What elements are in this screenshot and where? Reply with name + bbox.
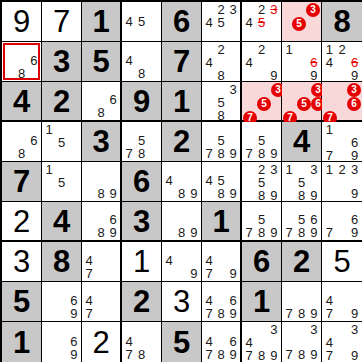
cell-r3c2[interactable]: 2: [42, 82, 82, 122]
cell-r8c8[interactable]: 789: [282, 282, 322, 322]
candidate-9: 9: [268, 349, 280, 362]
cell-r3c5[interactable]: 1: [162, 82, 202, 122]
candidate-9: 9: [348, 307, 361, 320]
cell-r5c3[interactable]: 89: [82, 162, 122, 202]
empty-candidate-slot: [43, 176, 55, 189]
candidate-9: 9: [188, 187, 200, 200]
pencil-marks: 358: [203, 83, 239, 119]
pencil-marks: 34789: [243, 323, 280, 361]
empty-candidate-slot: [107, 267, 119, 280]
empty-candidate-slot: [336, 294, 349, 307]
pencil-marks: 15: [43, 163, 80, 200]
cell-r4c2[interactable]: 15: [42, 122, 82, 162]
candidate-9: 9: [68, 348, 80, 361]
cell-r4c4[interactable]: 578: [122, 122, 162, 162]
empty-candidate-slot: [283, 97, 297, 111]
cell-r3c6[interactable]: 358: [202, 82, 242, 122]
empty-candidate-slot: [95, 243, 107, 254]
cell-r2c9[interactable]: 12469: [322, 42, 362, 82]
candidate-8: 8: [95, 226, 107, 239]
empty-candidate-slot: [55, 348, 67, 361]
pencil-marks: 578: [123, 123, 160, 160]
empty-candidate-slot: [292, 31, 306, 40]
empty-candidate-slot: [148, 134, 160, 147]
given-digit: 4: [53, 206, 70, 237]
empty-candidate-slot: [163, 215, 175, 227]
candidate-9: 9: [107, 187, 119, 200]
empty-candidate-slot: [283, 3, 292, 17]
solved-digit: 1: [133, 246, 150, 277]
candidate-8: 8: [135, 147, 147, 160]
empty-candidate-slot: [3, 147, 15, 160]
empty-candidate-slot: [323, 69, 336, 82]
candidate-7: 7: [323, 226, 336, 239]
candidate-7: 7: [83, 307, 95, 320]
cell-r8c7[interactable]: 1: [242, 282, 282, 322]
empty-candidate-slot: [336, 56, 349, 69]
empty-candidate-slot: [83, 106, 95, 119]
empty-candidate-slot: [227, 29, 239, 40]
candidate-9: 9: [188, 267, 200, 280]
empty-candidate-slot: [348, 283, 361, 294]
highlighted-candidate-5: 5: [257, 97, 271, 111]
candidate-9: 9: [227, 348, 239, 361]
empty-candidate-slot: [268, 16, 280, 29]
empty-candidate-slot: [295, 43, 307, 56]
candidate-4: 4: [163, 254, 175, 267]
empty-candidate-slot: [283, 69, 295, 82]
candidate-9: 9: [308, 189, 320, 202]
cell-r8c9[interactable]: 479: [322, 282, 362, 322]
highlighted-candidate-3: 3: [306, 3, 320, 17]
eliminated-candidate-3: 3: [268, 3, 280, 16]
cell-r9c6[interactable]: 46789: [202, 322, 242, 362]
cell-r6c4[interactable]: 3: [122, 202, 162, 242]
cell-r2c1[interactable]: 68: [2, 42, 42, 82]
empty-candidate-slot: [148, 3, 160, 15]
candidate-8: 8: [295, 307, 307, 320]
empty-candidate-slot: [148, 123, 160, 134]
empty-candidate-slot: [215, 29, 227, 40]
empty-candidate-slot: [336, 336, 349, 349]
empty-candidate-slot: [148, 335, 160, 348]
pencil-marks: 1239: [323, 163, 361, 200]
pencil-marks: 479: [323, 283, 361, 320]
cell-r2c7[interactable]: 249: [242, 42, 282, 82]
empty-candidate-slot: [28, 67, 40, 80]
highlighted-candidate-slot-3: 3: [347, 83, 361, 97]
empty-candidate-slot: [336, 307, 349, 320]
cell-r6c7[interactable]: 5789: [242, 202, 282, 242]
candidate-7: 7: [243, 349, 255, 362]
cell-r6c8[interactable]: 56789: [282, 202, 322, 242]
pencil-marks: 35: [283, 3, 320, 40]
cell-r4c9[interactable]: 1679: [322, 122, 362, 162]
empty-candidate-slot: [163, 267, 175, 280]
cell-r5c1[interactable]: 7: [2, 162, 42, 202]
candidate-9: 9: [268, 189, 280, 202]
cell-r2c3[interactable]: 5: [82, 42, 122, 82]
cell-r9c8[interactable]: 3789: [282, 322, 322, 362]
empty-candidate-slot: [336, 176, 349, 187]
candidate-3: 3: [227, 3, 239, 16]
candidate-7: 7: [203, 348, 215, 361]
cell-r7c3[interactable]: 47: [82, 242, 122, 282]
given-digit: 3: [53, 46, 70, 77]
candidate-9: 9: [268, 226, 280, 239]
empty-candidate-slot: [55, 294, 67, 307]
empty-candidate-slot: [306, 17, 320, 31]
empty-candidate-slot: [3, 54, 15, 67]
empty-candidate-slot: [323, 83, 337, 97]
given-digit: 3: [92, 126, 109, 157]
empty-candidate-slot: [336, 136, 349, 149]
cell-r2c6[interactable]: 248: [202, 42, 242, 82]
cell-r5c9[interactable]: 1239: [322, 162, 362, 202]
empty-candidate-slot: [336, 187, 349, 200]
pencil-marks: 689: [83, 203, 119, 239]
cell-r8c2[interactable]: 69: [42, 282, 82, 322]
empty-candidate-slot: [135, 43, 147, 54]
cell-r7c1[interactable]: 3: [2, 242, 42, 282]
cell-r4c1[interactable]: 68: [2, 122, 42, 162]
candidate-8: 8: [135, 67, 147, 80]
solved-digit: 2: [92, 327, 109, 358]
candidate-9: 9: [348, 187, 361, 200]
empty-candidate-slot: [95, 254, 107, 267]
candidate-8: 8: [135, 348, 147, 361]
candidate-7: 7: [243, 226, 255, 239]
cell-r4c8[interactable]: 4: [282, 122, 322, 162]
pencil-marks: 1679: [323, 123, 361, 160]
candidate-9: 9: [227, 147, 239, 160]
cell-r2c8[interactable]: 169: [282, 42, 322, 82]
cell-r1c1[interactable]: 9: [2, 2, 42, 42]
pencil-marks: 15: [43, 123, 80, 160]
pencil-marks: 68: [3, 43, 40, 80]
empty-candidate-slot: [243, 163, 255, 176]
cell-r9c3[interactable]: 2: [82, 322, 122, 362]
candidate-9: 9: [308, 69, 320, 82]
empty-candidate-slot: [337, 83, 347, 97]
sudoku-board: 9714562345234535868354872482491691246942…: [0, 0, 362, 362]
cell-r2c5[interactable]: 7: [162, 42, 202, 82]
pencil-marks: 169: [283, 43, 320, 80]
cell-r4c7[interactable]: 5789: [242, 122, 282, 162]
cell-r5c4[interactable]: 6: [122, 162, 162, 202]
pencil-marks: 489: [163, 163, 200, 200]
cell-r6c9[interactable]: 679: [322, 202, 362, 242]
empty-candidate-slot: [148, 15, 160, 28]
empty-candidate-slot: [203, 123, 215, 134]
pencil-marks: 679: [323, 203, 361, 239]
cell-r3c4[interactable]: 9: [122, 82, 162, 122]
empty-candidate-slot: [68, 136, 80, 149]
candidate-7: 7: [83, 267, 95, 280]
given-digit: 7: [173, 46, 190, 77]
empty-candidate-slot: [255, 323, 267, 336]
cell-r6c5[interactable]: 89: [162, 202, 202, 242]
empty-candidate-slot: [55, 283, 67, 294]
cell-r6c1[interactable]: 2: [2, 202, 42, 242]
candidate-5: 5: [215, 16, 227, 29]
empty-candidate-slot: [243, 29, 255, 40]
candidate-7: 7: [123, 348, 135, 361]
candidate-8: 8: [215, 147, 227, 160]
cell-r9c1[interactable]: 1: [2, 322, 42, 362]
empty-candidate-slot: [336, 323, 349, 336]
pencil-marks: 49: [163, 243, 200, 280]
empty-candidate-slot: [123, 67, 135, 80]
cell-r1c5[interactable]: 6: [162, 2, 202, 42]
pencil-marks: 3567: [283, 83, 320, 119]
cell-r4c5[interactable]: 2: [162, 122, 202, 162]
pencil-marks: 3789: [283, 323, 320, 361]
candidate-9: 9: [268, 147, 280, 160]
empty-candidate-slot: [95, 294, 107, 307]
empty-candidate-slot: [95, 267, 107, 280]
candidate-1: 1: [323, 123, 336, 136]
cell-r1c4[interactable]: 45: [122, 2, 162, 42]
pencil-marks: 68: [83, 83, 119, 119]
solved-digit: 2: [13, 206, 30, 237]
empty-candidate-slot: [83, 203, 95, 213]
empty-candidate-slot: [148, 54, 160, 67]
pencil-marks: 23589: [243, 163, 280, 200]
empty-candidate-slot: [163, 203, 175, 215]
pencil-marks: 249: [243, 43, 280, 80]
candidate-6: 6: [28, 134, 40, 147]
candidate-2: 2: [336, 43, 349, 56]
cell-r2c2[interactable]: 3: [42, 42, 82, 82]
cell-r9c7[interactable]: 34789: [242, 322, 282, 362]
empty-candidate-slot: [227, 109, 239, 122]
candidate-4: 4: [323, 56, 336, 69]
pencil-marks: 12469: [323, 43, 361, 80]
empty-candidate-slot: [268, 123, 280, 134]
empty-candidate-slot: [283, 17, 292, 31]
cell-r4c3[interactable]: 3: [82, 122, 122, 162]
cell-r1c2[interactable]: 7: [42, 2, 82, 42]
empty-candidate-slot: [175, 163, 187, 174]
cell-r3c7[interactable]: 357: [242, 82, 282, 122]
candidate-8: 8: [215, 307, 227, 320]
cell-r1c7[interactable]: 2345: [242, 2, 282, 42]
pencil-marks: 248: [203, 43, 239, 80]
empty-candidate-slot: [323, 176, 336, 187]
solved-digit: 9: [13, 6, 30, 37]
empty-candidate-slot: [203, 187, 215, 200]
candidate-8: 8: [295, 348, 307, 361]
empty-candidate-slot: [336, 349, 349, 362]
cell-r7c2[interactable]: 8: [42, 242, 82, 282]
cell-r3c3[interactable]: 68: [82, 82, 122, 122]
cell-r9c5[interactable]: 5: [162, 322, 202, 362]
empty-candidate-slot: [55, 323, 67, 335]
cell-r6c3[interactable]: 689: [82, 202, 122, 242]
cell-r3c9[interactable]: 367: [322, 82, 362, 122]
cell-r5c8[interactable]: 13589: [282, 162, 322, 202]
candidate-9: 9: [68, 307, 80, 320]
pencil-marks: 68: [3, 123, 40, 160]
empty-candidate-slot: [227, 243, 239, 254]
cell-r1c8[interactable]: 35: [282, 2, 322, 42]
cell-r7c8[interactable]: 2: [282, 242, 322, 282]
empty-candidate-slot: [203, 83, 215, 96]
given-digit: 5: [92, 46, 109, 77]
empty-candidate-slot: [227, 43, 239, 56]
empty-candidate-slot: [68, 176, 80, 189]
empty-candidate-slot: [83, 226, 95, 239]
given-digit: 2: [133, 286, 150, 317]
given-digit: 1: [173, 86, 190, 117]
empty-candidate-slot: [227, 163, 239, 174]
cell-r7c7[interactable]: 6: [242, 242, 282, 282]
empty-candidate-slot: [107, 294, 119, 307]
empty-candidate-slot: [306, 31, 320, 40]
empty-candidate-slot: [175, 243, 187, 254]
pencil-marks: 47: [83, 243, 119, 280]
candidate-6: 6: [107, 93, 119, 106]
cell-r1c9[interactable]: 8: [322, 2, 362, 42]
empty-candidate-slot: [123, 28, 135, 40]
empty-candidate-slot: [336, 123, 349, 136]
cell-r2c4[interactable]: 48: [122, 42, 162, 82]
empty-candidate-slot: [323, 187, 336, 200]
cell-r3c8[interactable]: 3567: [282, 82, 322, 122]
cell-r4c6[interactable]: 5789: [202, 122, 242, 162]
candidate-4: 4: [203, 16, 215, 29]
given-digit: 1: [253, 286, 270, 317]
candidate-4: 4: [243, 56, 255, 69]
empty-candidate-slot: [123, 123, 135, 134]
candidate-9: 9: [188, 226, 200, 239]
candidate-9: 9: [227, 267, 239, 280]
highlighted-candidate-slot-3: 3: [306, 3, 320, 17]
cell-r8c1[interactable]: 5: [2, 282, 42, 322]
empty-candidate-slot: [68, 163, 80, 176]
cell-r9c4[interactable]: 478: [122, 322, 162, 362]
given-digit: 2: [53, 86, 70, 117]
cell-r6c6[interactable]: 1: [202, 202, 242, 242]
cell-r9c2[interactable]: 69: [42, 322, 82, 362]
empty-candidate-slot: [336, 203, 349, 213]
candidate-9: 9: [308, 348, 320, 361]
empty-candidate-slot: [43, 189, 55, 200]
candidate-3: 3: [268, 163, 280, 176]
empty-candidate-slot: [83, 175, 95, 187]
pencil-marks: 13589: [283, 163, 320, 200]
empty-candidate-slot: [188, 243, 200, 254]
empty-candidate-slot: [43, 283, 55, 294]
empty-candidate-slot: [227, 16, 239, 29]
highlighted-candidate-5: 5: [297, 97, 311, 111]
empty-candidate-slot: [336, 149, 349, 162]
candidate-4: 4: [203, 174, 215, 187]
cell-r5c7[interactable]: 23589: [242, 162, 282, 202]
cell-r7c6[interactable]: 479: [202, 242, 242, 282]
empty-candidate-slot: [243, 203, 255, 213]
cell-r5c5[interactable]: 489: [162, 162, 202, 202]
cell-r8c5[interactable]: 3: [162, 282, 202, 322]
empty-candidate-slot: [283, 323, 295, 336]
pencil-marks: 46789: [203, 283, 239, 320]
cell-r1c6[interactable]: 2345: [202, 2, 242, 42]
given-digit: 1: [92, 6, 109, 37]
cell-r7c4[interactable]: 1: [122, 242, 162, 282]
cell-r5c6[interactable]: 4589: [202, 162, 242, 202]
empty-candidate-slot: [148, 147, 160, 160]
pencil-marks: 89: [83, 163, 119, 200]
empty-candidate-slot: [243, 69, 255, 82]
given-digit: 5: [13, 286, 30, 317]
cell-r8c4[interactable]: 2: [122, 282, 162, 322]
candidate-4: 4: [203, 56, 215, 69]
empty-candidate-slot: [107, 283, 119, 294]
highlighted-candidate-5: 5: [292, 17, 306, 31]
empty-candidate-slot: [107, 254, 119, 267]
empty-candidate-slot: [148, 323, 160, 335]
empty-candidate-slot: [215, 254, 227, 267]
given-digit: 6: [133, 166, 150, 197]
empty-candidate-slot: [255, 69, 267, 82]
empty-candidate-slot: [55, 307, 67, 320]
empty-candidate-slot: [243, 123, 255, 134]
cell-r3c1[interactable]: 4: [2, 82, 42, 122]
empty-candidate-slot: [255, 56, 267, 69]
candidate-2: 2: [336, 163, 349, 176]
empty-candidate-slot: [203, 29, 215, 40]
highlighted-candidate-slot-5: 5: [297, 97, 311, 111]
empty-candidate-slot: [175, 267, 187, 280]
cell-r6c2[interactable]: 4: [42, 202, 82, 242]
cell-r8c3[interactable]: 47: [82, 282, 122, 322]
empty-candidate-slot: [283, 56, 295, 69]
candidate-3: 3: [308, 163, 320, 176]
empty-candidate-slot: [3, 134, 15, 147]
empty-candidate-slot: [268, 203, 280, 213]
candidate-1: 1: [283, 43, 295, 56]
pencil-marks: 5789: [203, 123, 239, 160]
empty-candidate-slot: [68, 189, 80, 200]
pencil-marks: 56789: [283, 203, 320, 239]
empty-candidate-slot: [135, 28, 147, 40]
empty-candidate-slot: [336, 283, 349, 294]
cell-r5c2[interactable]: 15: [42, 162, 82, 202]
cell-r7c5[interactable]: 49: [162, 242, 202, 282]
empty-candidate-slot: [148, 28, 160, 40]
candidate-7: 7: [283, 348, 295, 361]
candidate-7: 7: [323, 307, 336, 320]
candidate-9: 9: [107, 226, 119, 239]
cell-r9c9[interactable]: 3479: [322, 322, 362, 362]
pencil-marks: 47: [83, 283, 119, 320]
empty-candidate-slot: [283, 189, 295, 202]
candidate-2: 2: [255, 43, 267, 56]
candidate-4: 4: [243, 16, 255, 29]
pencil-marks: 46789: [203, 323, 239, 361]
candidate-7: 7: [283, 226, 295, 239]
empty-candidate-slot: [243, 189, 255, 202]
solved-digit: 3: [173, 286, 190, 317]
cell-r7c9[interactable]: 5: [322, 242, 362, 282]
empty-candidate-slot: [295, 56, 307, 69]
empty-candidate-slot: [283, 31, 292, 40]
cell-r1c3[interactable]: 1: [82, 2, 122, 42]
cell-r8c6[interactable]: 46789: [202, 282, 242, 322]
empty-candidate-slot: [336, 226, 349, 239]
empty-candidate-slot: [3, 67, 15, 80]
